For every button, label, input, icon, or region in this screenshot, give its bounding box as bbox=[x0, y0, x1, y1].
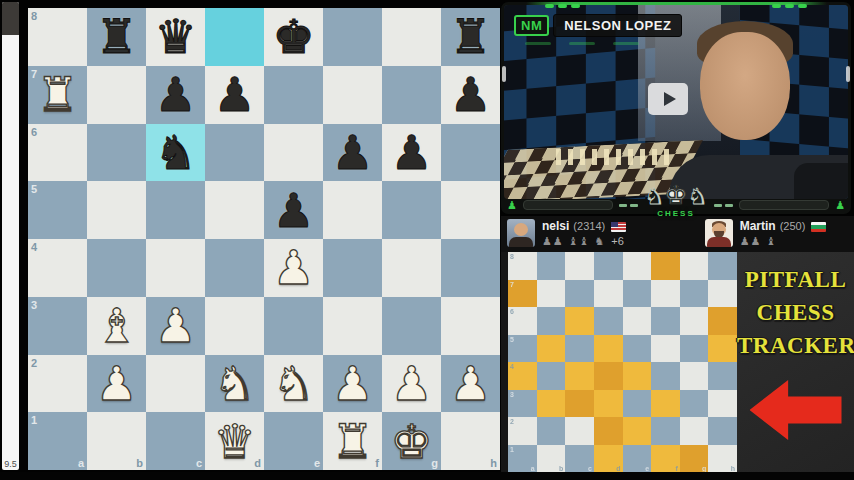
youtube-play-cube bbox=[648, 83, 688, 115]
square-a4[interactable]: 4 bbox=[28, 239, 87, 297]
square-c3[interactable]: ♟ bbox=[146, 297, 205, 355]
square-h5[interactable] bbox=[441, 181, 500, 239]
webcam-panel: NM NELSON LOPEZ ♟ ♟ ♞♚♞ CHESS bbox=[501, 2, 851, 214]
green-pawn-icon: ♟ bbox=[835, 200, 845, 211]
tracker-square-f3 bbox=[651, 390, 680, 418]
player-card-white[interactable]: nelsi (2314) ♟♟ ♝♝ ♞ +6 bbox=[501, 216, 699, 252]
avatar-white bbox=[507, 219, 535, 247]
square-h3[interactable] bbox=[441, 297, 500, 355]
player-rating-white: (2314) bbox=[573, 219, 605, 234]
square-c6[interactable]: ♞ bbox=[146, 124, 205, 182]
captured-pieces-white: ♟♟ ♝♝ ♞ bbox=[542, 234, 605, 249]
file-label: f bbox=[675, 465, 677, 472]
square-d3[interactable] bbox=[205, 297, 264, 355]
square-e1[interactable]: e bbox=[264, 412, 323, 470]
tracker-square-b5 bbox=[537, 335, 566, 363]
rank-label: 4 bbox=[31, 241, 37, 253]
black-pawn-piece[interactable]: ♟ bbox=[449, 71, 491, 118]
streamer-name: NELSON LOPEZ bbox=[553, 14, 682, 37]
square-g7[interactable] bbox=[382, 66, 441, 124]
tracker-square-c8 bbox=[565, 252, 594, 280]
tracker-square-a6: 6 bbox=[508, 307, 537, 335]
rank-label: 6 bbox=[31, 126, 37, 138]
tracker-square-h6 bbox=[708, 307, 737, 335]
tracker-side-panel: PITFALL CHESS TRACKER bbox=[737, 252, 854, 472]
tracker-square-e3 bbox=[623, 390, 652, 418]
black-knight-piece[interactable]: ♞ bbox=[154, 129, 196, 176]
tracker-square-g3 bbox=[680, 390, 709, 418]
tracker-square-g8 bbox=[680, 252, 709, 280]
microphone bbox=[794, 163, 848, 199]
square-f3[interactable] bbox=[323, 297, 382, 355]
stream-canvas: 9.5 8♜♛♚♜7♜♟♟♟6♞♟♟5♟4♟3♝♟2♟♞♞♟♟♟1abcd♛ef… bbox=[0, 0, 854, 480]
file-label: a bbox=[531, 465, 535, 472]
rank-label: 6 bbox=[510, 308, 514, 315]
tracker-square-c4 bbox=[565, 362, 594, 390]
green-pawn-icon: ♟ bbox=[507, 200, 517, 211]
square-g4[interactable] bbox=[382, 239, 441, 297]
file-label: b bbox=[559, 465, 563, 472]
tracker-title-line3: TRACKER bbox=[737, 329, 854, 362]
square-g5[interactable] bbox=[382, 181, 441, 239]
tracker-square-c5 bbox=[565, 335, 594, 363]
nm-title-badge: NM bbox=[514, 15, 549, 36]
left-arrow-icon bbox=[750, 378, 842, 442]
tracker-square-d3 bbox=[594, 390, 623, 418]
chess-logo-text: CHESS bbox=[638, 209, 714, 218]
tracker-square-e1: e bbox=[623, 445, 652, 473]
file-label: h bbox=[731, 465, 735, 472]
square-b3[interactable]: ♝ bbox=[87, 297, 146, 355]
white-pawn-piece[interactable]: ♟ bbox=[95, 360, 137, 407]
tracker-square-f8 bbox=[651, 252, 680, 280]
square-c8[interactable]: ♛ bbox=[146, 8, 205, 66]
tracker-square-h1: h bbox=[708, 445, 737, 473]
divider-pill-left bbox=[523, 200, 613, 210]
square-h8[interactable]: ♜ bbox=[441, 8, 500, 66]
tracker-square-c1: c bbox=[565, 445, 594, 473]
square-b6[interactable] bbox=[87, 124, 146, 182]
rank-label: 4 bbox=[510, 363, 514, 370]
tracker-square-e4 bbox=[623, 362, 652, 390]
tracker-square-f4 bbox=[651, 362, 680, 390]
tracker-square-g4 bbox=[680, 362, 709, 390]
square-b2[interactable]: ♟ bbox=[87, 355, 146, 413]
knight-icon: ♞ bbox=[688, 184, 708, 209]
square-e2[interactable]: ♞ bbox=[264, 355, 323, 413]
square-g6[interactable]: ♟ bbox=[382, 124, 441, 182]
square-f8[interactable] bbox=[323, 8, 382, 66]
square-b8[interactable]: ♜ bbox=[87, 8, 146, 66]
square-a2[interactable]: 2 bbox=[28, 355, 87, 413]
divider-dashes-right bbox=[714, 204, 733, 207]
black-king-piece[interactable]: ♚ bbox=[272, 13, 314, 60]
square-d2[interactable]: ♞ bbox=[205, 355, 264, 413]
rank-label: 5 bbox=[510, 336, 514, 343]
rank-label: 3 bbox=[31, 299, 37, 311]
white-king-piece[interactable]: ♚ bbox=[390, 418, 432, 465]
black-pawn-piece[interactable]: ♟ bbox=[213, 71, 255, 118]
square-g1[interactable]: g♚ bbox=[382, 412, 441, 470]
square-f6[interactable]: ♟ bbox=[323, 124, 382, 182]
rank-label: 5 bbox=[31, 183, 37, 195]
tracker-square-e6 bbox=[623, 307, 652, 335]
white-queen-piece[interactable]: ♛ bbox=[213, 418, 255, 465]
white-rook-piece[interactable]: ♜ bbox=[36, 71, 78, 118]
square-a1[interactable]: 1a bbox=[28, 412, 87, 470]
tracker-square-g5 bbox=[680, 335, 709, 363]
square-d6[interactable] bbox=[205, 124, 264, 182]
avatar-black bbox=[705, 219, 733, 247]
square-c4[interactable] bbox=[146, 239, 205, 297]
square-d8[interactable] bbox=[205, 8, 264, 66]
king-icon: ♚ bbox=[664, 180, 687, 210]
badge-underline-dashes bbox=[525, 42, 639, 45]
white-pawn-piece[interactable]: ♟ bbox=[449, 360, 491, 407]
square-e6[interactable] bbox=[264, 124, 323, 182]
square-a7[interactable]: 7♜ bbox=[28, 66, 87, 124]
black-pawn-piece[interactable]: ♟ bbox=[154, 71, 196, 118]
tracker-square-c7 bbox=[565, 280, 594, 308]
tracker-square-e5 bbox=[623, 335, 652, 363]
tracker-square-b8 bbox=[537, 252, 566, 280]
square-a3[interactable]: 3 bbox=[28, 297, 87, 355]
tracker-square-a8: 8 bbox=[508, 252, 537, 280]
square-d5[interactable] bbox=[205, 181, 264, 239]
square-a8[interactable]: 8 bbox=[28, 8, 87, 66]
chess-logo: ♞♚♞ CHESS bbox=[638, 185, 714, 218]
white-pawn-piece[interactable]: ♟ bbox=[272, 244, 314, 291]
file-label: a bbox=[78, 457, 84, 469]
tracker-square-b4 bbox=[537, 362, 566, 390]
player-info-white: nelsi (2314) ♟♟ ♝♝ ♞ +6 bbox=[542, 219, 626, 249]
square-h1[interactable]: h bbox=[441, 412, 500, 470]
tracker-square-g1: g bbox=[680, 445, 709, 473]
eval-score: 9.5 bbox=[2, 459, 19, 469]
file-label: c bbox=[196, 457, 202, 469]
file-label: g bbox=[431, 457, 438, 469]
streamer-face bbox=[700, 32, 790, 140]
rank-label: 7 bbox=[31, 68, 37, 80]
rank-label: 2 bbox=[510, 418, 514, 425]
tracker-square-a4: 4 bbox=[508, 362, 537, 390]
rank-label: 8 bbox=[510, 253, 514, 260]
rank-label: 1 bbox=[31, 414, 37, 426]
tracker-square-g2 bbox=[680, 417, 709, 445]
black-pawn-piece[interactable]: ♟ bbox=[331, 129, 373, 176]
play-icon bbox=[664, 92, 676, 106]
pitfall-tracker-board: 87654321abcdefgh bbox=[508, 252, 737, 472]
material-advantage: +6 bbox=[611, 234, 624, 249]
square-f7[interactable] bbox=[323, 66, 382, 124]
square-b1[interactable]: b bbox=[87, 412, 146, 470]
square-c7[interactable]: ♟ bbox=[146, 66, 205, 124]
tracker-square-h2 bbox=[708, 417, 737, 445]
tracker-square-a1: 1a bbox=[508, 445, 537, 473]
rank-label: 3 bbox=[510, 391, 514, 398]
player-name-white: nelsi bbox=[542, 219, 569, 234]
tracker-square-h3 bbox=[708, 390, 737, 418]
tracker-square-e8 bbox=[623, 252, 652, 280]
white-pawn-piece[interactable]: ♟ bbox=[390, 360, 432, 407]
tracker-title-line2: CHESS bbox=[737, 296, 854, 329]
knight-icon: ♞ bbox=[645, 184, 665, 209]
white-knight-piece[interactable]: ♞ bbox=[213, 360, 255, 407]
tracker-square-d5 bbox=[594, 335, 623, 363]
frame-dashes-left bbox=[545, 4, 580, 8]
tracker-square-a2: 2 bbox=[508, 417, 537, 445]
player-card-black[interactable]: Martin (250) ♟♟ ♝ bbox=[699, 216, 854, 252]
square-a5[interactable]: 5 bbox=[28, 181, 87, 239]
players-bar: nelsi (2314) ♟♟ ♝♝ ♞ +6 Martin (250) bbox=[501, 216, 854, 252]
tracker-square-d7 bbox=[594, 280, 623, 308]
square-b4[interactable] bbox=[87, 239, 146, 297]
us-flag-icon bbox=[611, 222, 626, 232]
file-label: b bbox=[136, 457, 143, 469]
square-b7[interactable] bbox=[87, 66, 146, 124]
tracker-square-c6 bbox=[565, 307, 594, 335]
square-c1[interactable]: c bbox=[146, 412, 205, 470]
tracker-square-f7 bbox=[651, 280, 680, 308]
square-f1[interactable]: f♜ bbox=[323, 412, 382, 470]
file-label: h bbox=[490, 457, 497, 469]
rank-label: 7 bbox=[510, 281, 514, 288]
file-label: c bbox=[588, 465, 592, 472]
square-g2[interactable]: ♟ bbox=[382, 355, 441, 413]
tracker-square-d4 bbox=[594, 362, 623, 390]
tracker-square-c3 bbox=[565, 390, 594, 418]
square-f2[interactable]: ♟ bbox=[323, 355, 382, 413]
tracker-square-d8 bbox=[594, 252, 623, 280]
frame-side-cap-right bbox=[846, 66, 850, 82]
tracker-square-e7 bbox=[623, 280, 652, 308]
square-e4[interactable]: ♟ bbox=[264, 239, 323, 297]
eval-bar: 9.5 bbox=[2, 2, 19, 470]
tracker-square-f6 bbox=[651, 307, 680, 335]
square-c2[interactable] bbox=[146, 355, 205, 413]
rank-label: 2 bbox=[31, 357, 37, 369]
tracker-square-g6 bbox=[680, 307, 709, 335]
bottom-letterbox bbox=[0, 472, 854, 480]
bulgaria-flag-icon bbox=[811, 222, 826, 232]
square-h7[interactable]: ♟ bbox=[441, 66, 500, 124]
tracker-title-line1: PITFALL bbox=[737, 263, 854, 296]
rank-label: 1 bbox=[510, 446, 514, 453]
white-knight-piece[interactable]: ♞ bbox=[272, 360, 314, 407]
white-rook-piece[interactable]: ♜ bbox=[331, 418, 373, 465]
white-pawn-piece[interactable]: ♟ bbox=[331, 360, 373, 407]
file-label: e bbox=[314, 457, 320, 469]
tracker-square-a3: 3 bbox=[508, 390, 537, 418]
tracker-square-b2 bbox=[537, 417, 566, 445]
white-bishop-piece[interactable]: ♝ bbox=[95, 302, 137, 349]
tracker-square-b1: b bbox=[537, 445, 566, 473]
black-rook-piece[interactable]: ♜ bbox=[449, 13, 491, 60]
streamer-title-row: NM NELSON LOPEZ bbox=[514, 14, 682, 37]
square-e7[interactable] bbox=[264, 66, 323, 124]
tracker-square-h4 bbox=[708, 362, 737, 390]
file-label: d bbox=[616, 465, 620, 472]
chess-board[interactable]: 8♜♛♚♜7♜♟♟♟6♞♟♟5♟4♟3♝♟2♟♞♞♟♟♟1abcd♛ef♜g♚h bbox=[28, 8, 500, 470]
square-c5[interactable] bbox=[146, 181, 205, 239]
tracker-square-h5 bbox=[708, 335, 737, 363]
tracker-square-f5 bbox=[651, 335, 680, 363]
tracker-square-d6 bbox=[594, 307, 623, 335]
frame-dashes-right bbox=[772, 4, 807, 8]
white-pawn-piece[interactable]: ♟ bbox=[154, 302, 196, 349]
tracker-square-f2 bbox=[651, 417, 680, 445]
tracker-square-f1: f bbox=[651, 445, 680, 473]
rank-label: 8 bbox=[31, 10, 37, 22]
tracker-square-d1: d bbox=[594, 445, 623, 473]
tracker-square-b7 bbox=[537, 280, 566, 308]
square-e5[interactable]: ♟ bbox=[264, 181, 323, 239]
square-g8[interactable] bbox=[382, 8, 441, 66]
physical-chess-pieces bbox=[556, 149, 676, 165]
tracker-square-b3 bbox=[537, 390, 566, 418]
tracker-square-d2 bbox=[594, 417, 623, 445]
square-b5[interactable] bbox=[87, 181, 146, 239]
file-label: g bbox=[702, 465, 706, 472]
file-label: e bbox=[645, 465, 649, 472]
tracker-square-a7: 7 bbox=[508, 280, 537, 308]
tracker-square-g7 bbox=[680, 280, 709, 308]
chess-logo-pieces: ♞♚♞ bbox=[638, 185, 714, 209]
file-label: f bbox=[375, 457, 379, 469]
square-h6[interactable] bbox=[441, 124, 500, 182]
tracker-square-e2 bbox=[623, 417, 652, 445]
divider-pill-right bbox=[739, 200, 829, 210]
pitfall-tracker-section: 87654321abcdefgh PITFALL CHESS TRACKER bbox=[501, 252, 854, 472]
black-rook-piece[interactable]: ♜ bbox=[95, 13, 137, 60]
player-info-black: Martin (250) ♟♟ ♝ bbox=[740, 219, 827, 249]
square-h4[interactable] bbox=[441, 239, 500, 297]
black-queen-piece[interactable]: ♛ bbox=[154, 13, 196, 60]
tracker-square-h7 bbox=[708, 280, 737, 308]
square-d1[interactable]: d♛ bbox=[205, 412, 264, 470]
square-g3[interactable] bbox=[382, 297, 441, 355]
square-d7[interactable]: ♟ bbox=[205, 66, 264, 124]
square-e3[interactable] bbox=[264, 297, 323, 355]
tracker-square-h8 bbox=[708, 252, 737, 280]
square-h2[interactable]: ♟ bbox=[441, 355, 500, 413]
tracker-square-c2 bbox=[565, 417, 594, 445]
square-a6[interactable]: 6 bbox=[28, 124, 87, 182]
frame-side-cap-left bbox=[502, 66, 506, 82]
tracker-square-a5: 5 bbox=[508, 335, 537, 363]
player-rating-black: (250) bbox=[780, 219, 806, 234]
square-e8[interactable]: ♚ bbox=[264, 8, 323, 66]
tracker-square-b6 bbox=[537, 307, 566, 335]
square-f5[interactable] bbox=[323, 181, 382, 239]
square-f4[interactable] bbox=[323, 239, 382, 297]
player-name-black: Martin bbox=[740, 219, 776, 234]
file-label: d bbox=[254, 457, 261, 469]
divider-dashes-left bbox=[619, 204, 638, 207]
square-d4[interactable] bbox=[205, 239, 264, 297]
black-pawn-piece[interactable]: ♟ bbox=[272, 187, 314, 234]
captured-pieces-black: ♟♟ ♝ bbox=[740, 234, 777, 249]
black-pawn-piece[interactable]: ♟ bbox=[390, 129, 432, 176]
eval-bar-black-segment bbox=[2, 2, 19, 35]
